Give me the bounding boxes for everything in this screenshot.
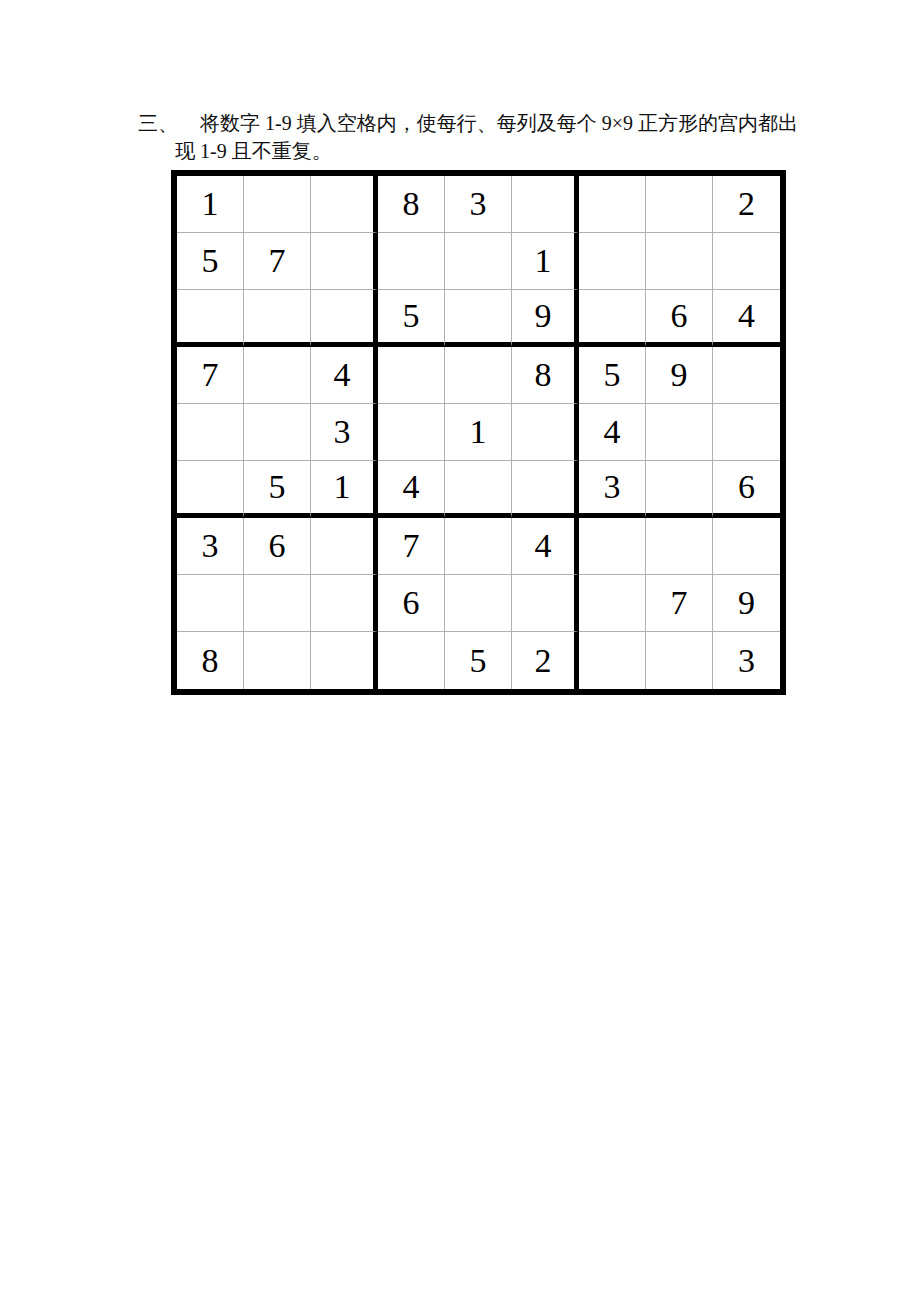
sudoku-cell-r8c2-empty xyxy=(244,575,311,632)
sudoku-cell-r4c9-empty xyxy=(713,347,780,404)
sudoku-cell-r6c7-given: 3 xyxy=(579,461,646,518)
sudoku-cell-r8c1-empty xyxy=(177,575,244,632)
sudoku-cell-r6c9-given: 6 xyxy=(713,461,780,518)
sudoku-cell-r2c2-given: 7 xyxy=(244,233,311,290)
sudoku-cell-r8c7-empty xyxy=(579,575,646,632)
sudoku-cell-r2c5-empty xyxy=(445,233,512,290)
sudoku-cell-r8c9-given: 9 xyxy=(713,575,780,632)
instructions-line-2: 现 1-9 且不重复。 xyxy=(175,138,332,164)
sudoku-cell-r6c3-given: 1 xyxy=(311,461,378,518)
sudoku-cell-r3c5-empty xyxy=(445,290,512,347)
sudoku-cell-r3c1-empty xyxy=(177,290,244,347)
sudoku-cell-r8c8-given: 7 xyxy=(646,575,713,632)
sudoku-cell-r6c4-given: 4 xyxy=(378,461,445,518)
sudoku-cell-r5c1-empty xyxy=(177,404,244,461)
sudoku-cell-r1c4-given: 8 xyxy=(378,176,445,233)
sudoku-cell-r4c7-given: 5 xyxy=(579,347,646,404)
sudoku-cell-r6c5-empty xyxy=(445,461,512,518)
sudoku-cell-r3c8-given: 6 xyxy=(646,290,713,347)
sudoku-cell-r4c6-given: 8 xyxy=(512,347,579,404)
sudoku-cell-r1c5-given: 3 xyxy=(445,176,512,233)
sudoku-cell-r5c3-given: 3 xyxy=(311,404,378,461)
sudoku-cell-r3c3-empty xyxy=(311,290,378,347)
sudoku-cell-r5c6-empty xyxy=(512,404,579,461)
sudoku-cell-r3c9-given: 4 xyxy=(713,290,780,347)
sudoku-cell-r1c7-empty xyxy=(579,176,646,233)
sudoku-cell-r3c7-empty xyxy=(579,290,646,347)
sudoku-cell-r9c4-empty xyxy=(378,632,445,689)
sudoku-cell-r4c4-empty xyxy=(378,347,445,404)
sudoku-cell-r7c3-empty xyxy=(311,518,378,575)
sudoku-cell-r9c5-given: 5 xyxy=(445,632,512,689)
sudoku-cell-r8c3-empty xyxy=(311,575,378,632)
section-number: 三、 xyxy=(138,110,178,136)
sudoku-cell-r3c6-given: 9 xyxy=(512,290,579,347)
sudoku-cell-r9c8-empty xyxy=(646,632,713,689)
sudoku-cell-r7c7-empty xyxy=(579,518,646,575)
sudoku-cell-r3c4-given: 5 xyxy=(378,290,445,347)
sudoku-cell-r1c2-empty xyxy=(244,176,311,233)
sudoku-cell-r4c5-empty xyxy=(445,347,512,404)
worksheet-page: 三、 将数字 1-9 填入空格内，使每行、每列及每个 9×9 正方形的宫内都出 … xyxy=(0,0,920,1302)
sudoku-cell-r8c6-empty xyxy=(512,575,579,632)
sudoku-cell-r4c2-empty xyxy=(244,347,311,404)
sudoku-cell-r8c5-empty xyxy=(445,575,512,632)
sudoku-cell-r5c2-empty xyxy=(244,404,311,461)
sudoku-cell-r2c8-empty xyxy=(646,233,713,290)
sudoku-cell-r9c7-empty xyxy=(579,632,646,689)
sudoku-board: 18325715964748593145143636746798523 xyxy=(171,170,786,695)
sudoku-cell-r9c6-given: 2 xyxy=(512,632,579,689)
sudoku-cell-r2c6-given: 1 xyxy=(512,233,579,290)
sudoku-cell-r7c9-empty xyxy=(713,518,780,575)
sudoku-cell-r2c7-empty xyxy=(579,233,646,290)
sudoku-cell-r1c1-given: 1 xyxy=(177,176,244,233)
sudoku-cell-r1c6-empty xyxy=(512,176,579,233)
sudoku-cell-r9c3-empty xyxy=(311,632,378,689)
sudoku-cell-r3c2-empty xyxy=(244,290,311,347)
sudoku-cell-r9c2-empty xyxy=(244,632,311,689)
sudoku-cell-r7c6-given: 4 xyxy=(512,518,579,575)
sudoku-cell-r9c1-given: 8 xyxy=(177,632,244,689)
sudoku-cell-r6c1-empty xyxy=(177,461,244,518)
sudoku-cell-r6c2-given: 5 xyxy=(244,461,311,518)
sudoku-cell-r5c8-empty xyxy=(646,404,713,461)
sudoku-cell-r1c3-empty xyxy=(311,176,378,233)
sudoku-cell-r5c4-empty xyxy=(378,404,445,461)
sudoku-cell-r2c4-empty xyxy=(378,233,445,290)
instructions-line-1: 将数字 1-9 填入空格内，使每行、每列及每个 9×9 正方形的宫内都出 xyxy=(200,110,798,136)
sudoku-cell-r8c4-given: 6 xyxy=(378,575,445,632)
sudoku-cell-r4c3-given: 4 xyxy=(311,347,378,404)
sudoku-cell-r6c8-empty xyxy=(646,461,713,518)
sudoku-cell-r6c6-empty xyxy=(512,461,579,518)
sudoku-cell-r5c9-empty xyxy=(713,404,780,461)
sudoku-cell-r5c7-given: 4 xyxy=(579,404,646,461)
sudoku-cell-r7c5-empty xyxy=(445,518,512,575)
sudoku-cell-r7c1-given: 3 xyxy=(177,518,244,575)
sudoku-cell-r2c9-empty xyxy=(713,233,780,290)
sudoku-cell-r7c8-empty xyxy=(646,518,713,575)
sudoku-cell-r9c9-given: 3 xyxy=(713,632,780,689)
sudoku-cell-r2c3-empty xyxy=(311,233,378,290)
sudoku-cell-r1c9-given: 2 xyxy=(713,176,780,233)
sudoku-cell-r2c1-given: 5 xyxy=(177,233,244,290)
sudoku-cell-r4c8-given: 9 xyxy=(646,347,713,404)
sudoku-cell-r7c4-given: 7 xyxy=(378,518,445,575)
sudoku-cell-r4c1-given: 7 xyxy=(177,347,244,404)
sudoku-cell-r1c8-empty xyxy=(646,176,713,233)
sudoku-cell-r5c5-given: 1 xyxy=(445,404,512,461)
sudoku-cell-r7c2-given: 6 xyxy=(244,518,311,575)
